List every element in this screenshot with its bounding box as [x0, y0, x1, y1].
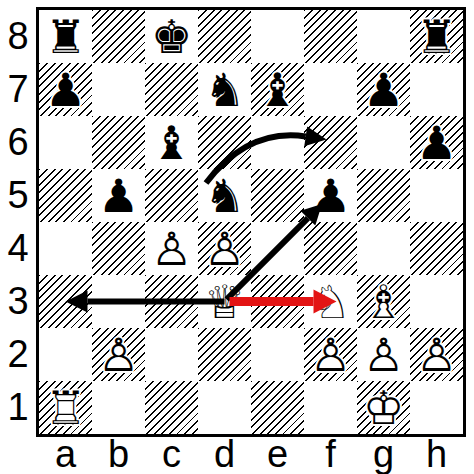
piece-white-pawn-g2[interactable]: ♟♙: [357, 328, 410, 381]
square-e6[interactable]: [251, 116, 304, 169]
square-c2[interactable]: [145, 328, 198, 381]
square-f8[interactable]: [304, 10, 357, 63]
square-d8[interactable]: [198, 10, 251, 63]
piece-glyph: ♙: [92, 328, 145, 381]
square-g5[interactable]: [357, 169, 410, 222]
piece-glyph: ♟: [357, 63, 410, 116]
square-f4[interactable]: [304, 222, 357, 275]
piece-glyph: ♖: [39, 381, 92, 434]
piece-glyph: ♚: [145, 10, 198, 63]
rank-label-4: 4: [2, 222, 34, 275]
piece-glyph: ♟: [92, 169, 145, 222]
square-f6[interactable]: [304, 116, 357, 169]
rank-label-1: 1: [2, 381, 34, 434]
square-f5[interactable]: ♟♟: [304, 169, 357, 222]
square-a1[interactable]: ♜♖: [39, 381, 92, 434]
piece-white-pawn-d4[interactable]: ♟♙: [198, 222, 251, 275]
piece-glyph: ♙: [410, 328, 463, 381]
file-label-c: c: [145, 434, 198, 474]
piece-black-knight-d7[interactable]: ♞♞: [198, 63, 251, 116]
square-b3[interactable]: [92, 275, 145, 328]
square-e1[interactable]: [251, 381, 304, 434]
chess-diagram: 87654321 abcdefgh ♜♜♚♚♜♜♟♟♞♞♝♝♟♟♝♝♟♟♟♟♞♞…: [0, 0, 474, 474]
square-c3[interactable]: [145, 275, 198, 328]
piece-white-pawn-b2[interactable]: ♟♙: [92, 328, 145, 381]
piece-white-queen-d3[interactable]: ♛♕: [198, 275, 251, 328]
piece-white-knight-f3[interactable]: ♞♘: [304, 275, 357, 328]
square-h4[interactable]: [410, 222, 463, 275]
square-c5[interactable]: [145, 169, 198, 222]
square-b7[interactable]: [92, 63, 145, 116]
piece-white-pawn-f2[interactable]: ♟♙: [304, 328, 357, 381]
file-label-f: f: [304, 434, 357, 474]
square-e2[interactable]: [251, 328, 304, 381]
square-e5[interactable]: [251, 169, 304, 222]
rank-label-5: 5: [2, 169, 34, 222]
square-d3[interactable]: ♛♕: [198, 275, 251, 328]
square-g2[interactable]: ♟♙: [357, 328, 410, 381]
piece-black-pawn-a7[interactable]: ♟♟: [39, 63, 92, 116]
piece-glyph: ♗: [357, 275, 410, 328]
piece-black-pawn-h6[interactable]: ♟♟: [410, 116, 463, 169]
piece-black-pawn-g7[interactable]: ♟♟: [357, 63, 410, 116]
piece-white-pawn-h2[interactable]: ♟♙: [410, 328, 463, 381]
rank-label-7: 7: [2, 63, 34, 116]
piece-glyph: ♔: [357, 381, 410, 434]
square-e8[interactable]: [251, 10, 304, 63]
piece-glyph: ♘: [304, 275, 357, 328]
square-b2[interactable]: ♟♙: [92, 328, 145, 381]
square-e7[interactable]: ♝♝: [251, 63, 304, 116]
piece-glyph: ♙: [145, 222, 198, 275]
piece-glyph: ♞: [198, 169, 251, 222]
piece-glyph: ♕: [198, 275, 251, 328]
piece-white-king-g1[interactable]: ♚♔: [357, 381, 410, 434]
square-b1[interactable]: [92, 381, 145, 434]
square-g4[interactable]: [357, 222, 410, 275]
square-d6[interactable]: [198, 116, 251, 169]
square-d4[interactable]: ♟♙: [198, 222, 251, 275]
square-e3[interactable]: [251, 275, 304, 328]
square-c1[interactable]: [145, 381, 198, 434]
file-label-a: a: [39, 434, 92, 474]
square-h7[interactable]: [410, 63, 463, 116]
square-h8[interactable]: ♜♜: [410, 10, 463, 63]
square-g7[interactable]: ♟♟: [357, 63, 410, 116]
square-d1[interactable]: [198, 381, 251, 434]
file-label-b: b: [92, 434, 145, 474]
square-a7[interactable]: ♟♟: [39, 63, 92, 116]
chess-board: ♜♜♚♚♜♜♟♟♞♞♝♝♟♟♝♝♟♟♟♟♞♞♟♟♟♙♟♙♛♕♞♘♝♗♟♙♟♙♟♙…: [36, 7, 466, 437]
piece-glyph: ♝: [145, 116, 198, 169]
rank-label-2: 2: [2, 328, 34, 381]
piece-glyph: ♜: [39, 10, 92, 63]
square-d2[interactable]: [198, 328, 251, 381]
piece-glyph: ♝: [251, 63, 304, 116]
piece-black-pawn-b5[interactable]: ♟♟: [92, 169, 145, 222]
piece-glyph: ♟: [410, 116, 463, 169]
piece-black-pawn-f5[interactable]: ♟♟: [304, 169, 357, 222]
square-d5[interactable]: ♞♞: [198, 169, 251, 222]
file-label-g: g: [357, 434, 410, 474]
square-h6[interactable]: ♟♟: [410, 116, 463, 169]
square-f3[interactable]: ♞♘: [304, 275, 357, 328]
square-e4[interactable]: [251, 222, 304, 275]
square-h1[interactable]: [410, 381, 463, 434]
square-g3[interactable]: ♝♗: [357, 275, 410, 328]
square-f2[interactable]: ♟♙: [304, 328, 357, 381]
square-a6[interactable]: [39, 116, 92, 169]
piece-glyph: ♟: [304, 169, 357, 222]
square-g1[interactable]: ♚♔: [357, 381, 410, 434]
square-h3[interactable]: [410, 275, 463, 328]
square-h2[interactable]: ♟♙: [410, 328, 463, 381]
piece-black-king-c8[interactable]: ♚♚: [145, 10, 198, 63]
piece-glyph: ♞: [198, 63, 251, 116]
piece-glyph: ♙: [304, 328, 357, 381]
piece-black-rook-h8[interactable]: ♜♜: [410, 10, 463, 63]
rank-label-8: 8: [2, 10, 34, 63]
square-a2[interactable]: [39, 328, 92, 381]
square-c4[interactable]: ♟♙: [145, 222, 198, 275]
square-c6[interactable]: ♝♝: [145, 116, 198, 169]
square-f1[interactable]: [304, 381, 357, 434]
square-c7[interactable]: [145, 63, 198, 116]
rank-label-3: 3: [2, 275, 34, 328]
piece-glyph: ♟: [39, 63, 92, 116]
piece-white-rook-a1[interactable]: ♜♖: [39, 381, 92, 434]
file-label-d: d: [198, 434, 251, 474]
file-label-h: h: [410, 434, 463, 474]
piece-black-rook-a8[interactable]: ♜♜: [39, 10, 92, 63]
square-a4[interactable]: [39, 222, 92, 275]
square-g8[interactable]: [357, 10, 410, 63]
square-a3[interactable]: [39, 275, 92, 328]
square-b5[interactable]: ♟♟: [92, 169, 145, 222]
piece-black-bishop-c6[interactable]: ♝♝: [145, 116, 198, 169]
square-a8[interactable]: ♜♜: [39, 10, 92, 63]
square-f7[interactable]: [304, 63, 357, 116]
square-b4[interactable]: [92, 222, 145, 275]
file-label-e: e: [251, 434, 304, 474]
piece-black-knight-d5[interactable]: ♞♞: [198, 169, 251, 222]
square-d7[interactable]: ♞♞: [198, 63, 251, 116]
piece-glyph: ♙: [357, 328, 410, 381]
piece-glyph: ♜: [410, 10, 463, 63]
square-h5[interactable]: [410, 169, 463, 222]
piece-white-pawn-c4[interactable]: ♟♙: [145, 222, 198, 275]
square-b6[interactable]: [92, 116, 145, 169]
square-c8[interactable]: ♚♚: [145, 10, 198, 63]
square-a5[interactable]: [39, 169, 92, 222]
rank-label-6: 6: [2, 116, 34, 169]
square-g6[interactable]: [357, 116, 410, 169]
piece-glyph: ♙: [198, 222, 251, 275]
piece-black-bishop-e7[interactable]: ♝♝: [251, 63, 304, 116]
square-b8[interactable]: [92, 10, 145, 63]
piece-white-bishop-g3[interactable]: ♝♗: [357, 275, 410, 328]
